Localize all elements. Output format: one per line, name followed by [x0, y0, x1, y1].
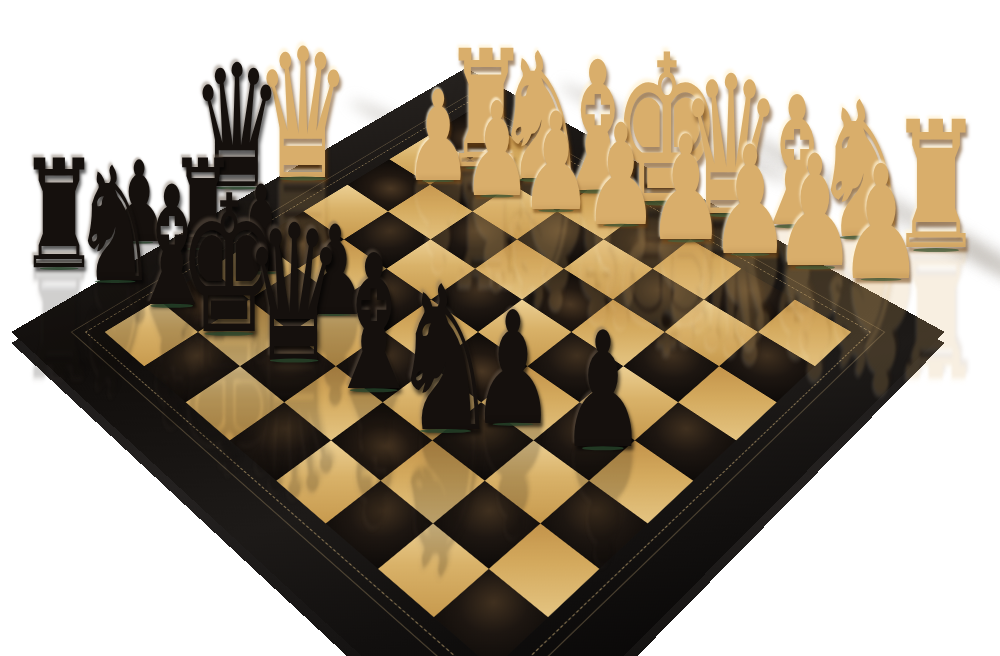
black-pawn[interactable]: ♟	[560, 311, 646, 471]
white-pawn[interactable]: ♟	[839, 144, 924, 302]
chess-set-photo: ♛♛♜♞♝♚♛♝♞♜♟♟♟♟♟♟♟♟♟♜♟♟♜♞♝♚♛♝♞♟♟	[0, 0, 1000, 656]
black-knight[interactable]: ♞	[391, 260, 499, 460]
pieces-layer: ♛♛♜♞♝♚♛♝♞♜♟♟♟♟♟♟♟♟♟♜♟♟♜♞♝♚♛♝♞♟♟	[0, 0, 1000, 656]
white-pawn[interactable]: ♟	[520, 95, 593, 230]
scene: ♛♛♜♞♝♚♛♝♞♜♟♟♟♟♟♟♟♟♟♜♟♟♜♞♝♚♛♝♞♟♟	[0, 0, 1000, 656]
